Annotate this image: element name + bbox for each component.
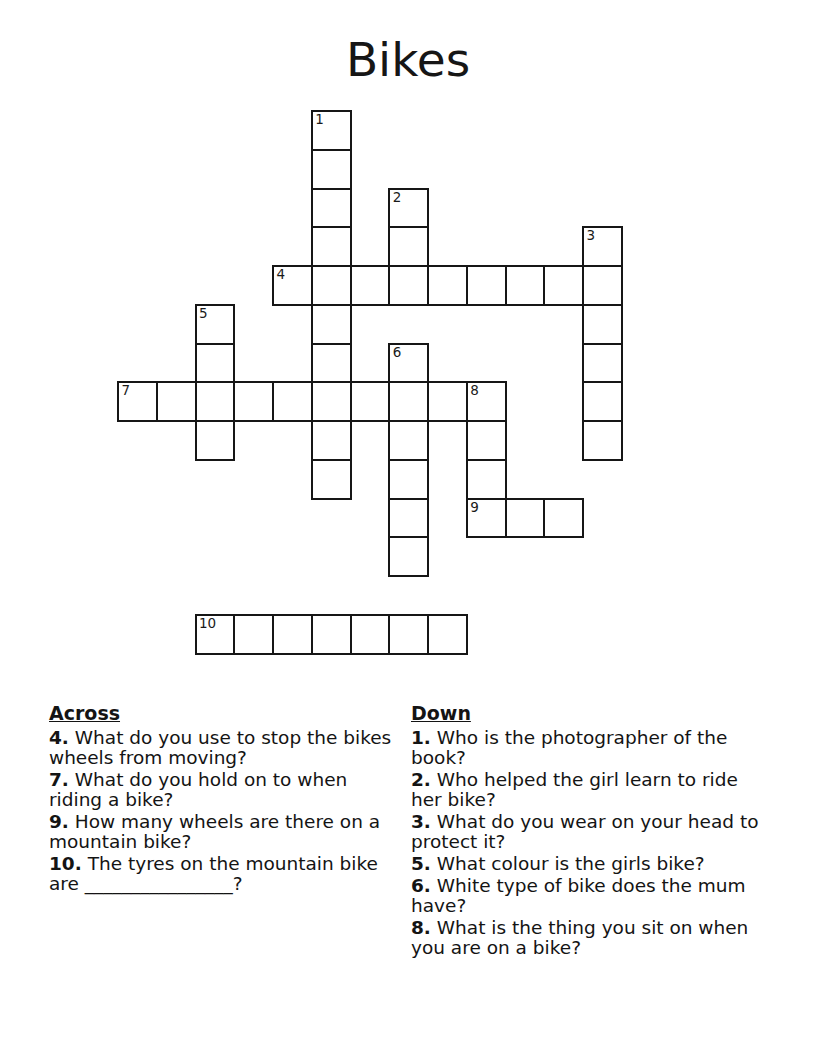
cell-r4-c9[interactable] [466, 265, 507, 306]
cell-r6-c2[interactable] [195, 343, 236, 384]
cell-r11-c7[interactable] [388, 536, 429, 577]
clue-number-9: 9 [470, 500, 479, 515]
clue-text: How many wheels are there on a mountain … [49, 811, 380, 852]
cell-r10-c10[interactable] [505, 498, 546, 539]
cell-r5-c5[interactable] [311, 304, 352, 345]
cell-r13-c7[interactable] [388, 614, 429, 655]
clue-number-4: 4 [277, 267, 286, 282]
cell-r5-c12[interactable] [582, 304, 623, 345]
clue-number-7: 7 [122, 383, 131, 398]
clue-text: Who helped the girl learn to ride her bi… [411, 769, 738, 810]
down-clue-6: 6. White type of bike does the mum have? [411, 876, 781, 916]
cell-r7-c8[interactable] [427, 381, 468, 422]
cell-r3-c5[interactable] [311, 226, 352, 267]
cell-r8-c9[interactable] [466, 420, 507, 461]
down-clue-8: 8. What is the thing you sit on when you… [411, 918, 781, 958]
cell-r4-c8[interactable] [427, 265, 468, 306]
down-clue-2: 2. Who helped the girl learn to ride her… [411, 770, 781, 810]
down-clues-section: Down 1. Who is the photographer of the b… [411, 703, 781, 960]
cell-r10-c9[interactable]: 9 [466, 498, 507, 539]
cell-r5-c2[interactable]: 5 [195, 304, 236, 345]
cell-r7-c6[interactable] [350, 381, 391, 422]
clue-text: The tyres on the mountain bike are _____… [49, 853, 378, 894]
down-clue-5: 5. What colour is the girls bike? [411, 854, 781, 874]
cell-r3-c7[interactable] [388, 226, 429, 267]
cell-r8-c7[interactable] [388, 420, 429, 461]
clue-number-6: 6 [393, 345, 402, 360]
clue-text: Who is the photographer of the book? [411, 727, 727, 768]
across-clue-10: 10. The tyres on the mountain bike are _… [49, 854, 407, 894]
across-clue-4: 4. What do you use to stop the bikes whe… [49, 728, 407, 768]
cell-r2-c7[interactable]: 2 [388, 188, 429, 229]
clue-text: What do you use to stop the bikes wheels… [49, 727, 391, 768]
cell-r4-c7[interactable] [388, 265, 429, 306]
cell-r7-c3[interactable] [233, 381, 274, 422]
cell-r7-c0[interactable]: 7 [117, 381, 158, 422]
cell-r8-c12[interactable] [582, 420, 623, 461]
cell-r4-c12[interactable] [582, 265, 623, 306]
across-clue-7: 7. What do you hold on to when riding a … [49, 770, 407, 810]
cell-r7-c7[interactable] [388, 381, 429, 422]
clue-number-8: 8 [470, 383, 479, 398]
cell-r6-c7[interactable]: 6 [388, 343, 429, 384]
clue-num: 6. [411, 875, 431, 896]
clue-number-5: 5 [199, 306, 208, 321]
clue-text: What is the thing you sit on when you ar… [411, 917, 748, 958]
cell-r13-c2[interactable]: 10 [195, 614, 236, 655]
cell-r1-c5[interactable] [311, 149, 352, 190]
clue-text: White type of bike does the mum have? [411, 875, 746, 916]
down-clue-list: 1. Who is the photographer of the book?2… [411, 728, 781, 958]
clue-num: 4. [49, 727, 69, 748]
cell-r6-c12[interactable] [582, 343, 623, 384]
clue-num: 10. [49, 853, 82, 874]
cell-r7-c9[interactable]: 8 [466, 381, 507, 422]
cell-r9-c7[interactable] [388, 459, 429, 500]
down-clue-1: 1. Who is the photographer of the book? [411, 728, 781, 768]
clue-number-1: 1 [315, 112, 324, 127]
clue-text: What do you wear on your head to protect… [411, 811, 758, 852]
cell-r13-c8[interactable] [427, 614, 468, 655]
clue-number-2: 2 [393, 190, 402, 205]
clue-num: 2. [411, 769, 431, 790]
across-clue-9: 9. How many wheels are there on a mounta… [49, 812, 407, 852]
cell-r7-c4[interactable] [272, 381, 313, 422]
clue-num: 7. [49, 769, 69, 790]
cell-r10-c11[interactable] [543, 498, 584, 539]
down-clue-3: 3. What do you wear on your head to prot… [411, 812, 781, 852]
cell-r9-c5[interactable] [311, 459, 352, 500]
clue-num: 1. [411, 727, 431, 748]
down-heading: Down [411, 703, 781, 723]
cell-r4-c4[interactable]: 4 [272, 265, 313, 306]
clue-number-3: 3 [587, 228, 596, 243]
across-clue-list: 4. What do you use to stop the bikes whe… [49, 728, 407, 894]
puzzle-title: Bikes [0, 36, 816, 83]
cell-r2-c5[interactable] [311, 188, 352, 229]
cell-r4-c6[interactable] [350, 265, 391, 306]
cell-r6-c5[interactable] [311, 343, 352, 384]
cell-r7-c1[interactable] [156, 381, 197, 422]
cell-r4-c10[interactable] [505, 265, 546, 306]
cell-r7-c12[interactable] [582, 381, 623, 422]
cell-r0-c5[interactable]: 1 [311, 110, 352, 151]
clue-num: 3. [411, 811, 431, 832]
worksheet-page: Bikes 12345678910 Across 4. What do you … [0, 0, 816, 1056]
cell-r9-c9[interactable] [466, 459, 507, 500]
cell-r4-c5[interactable] [311, 265, 352, 306]
cell-r4-c11[interactable] [543, 265, 584, 306]
across-heading: Across [49, 703, 407, 723]
cell-r3-c12[interactable]: 3 [582, 226, 623, 267]
clue-text: What colour is the girls bike? [431, 853, 705, 874]
across-clues-section: Across 4. What do you use to stop the bi… [49, 703, 407, 896]
cell-r13-c4[interactable] [272, 614, 313, 655]
cell-r8-c5[interactable] [311, 420, 352, 461]
cell-r13-c6[interactable] [350, 614, 391, 655]
cell-r13-c3[interactable] [233, 614, 274, 655]
clue-number-10: 10 [199, 616, 216, 631]
cell-r7-c5[interactable] [311, 381, 352, 422]
clue-num: 9. [49, 811, 69, 832]
clue-text: What do you hold on to when riding a bik… [49, 769, 347, 810]
cell-r13-c5[interactable] [311, 614, 352, 655]
cell-r7-c2[interactable] [195, 381, 236, 422]
clue-num: 5. [411, 853, 431, 874]
clue-num: 8. [411, 917, 431, 938]
cell-r8-c2[interactable] [195, 420, 236, 461]
cell-r10-c7[interactable] [388, 498, 429, 539]
